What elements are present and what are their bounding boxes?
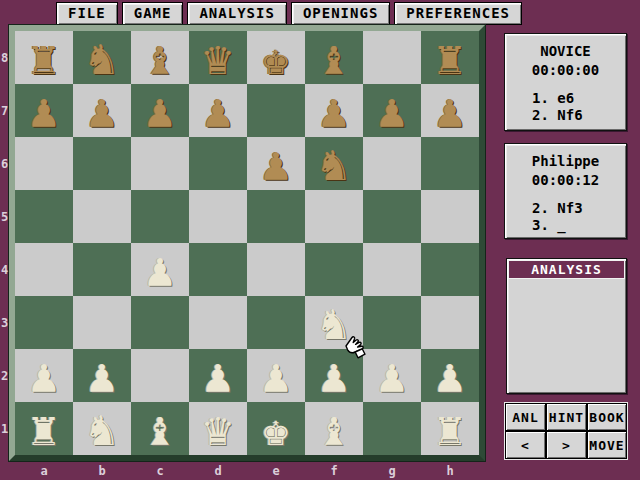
menu-file[interactable]: FILE [56,2,118,25]
file-label-c: c [154,464,166,478]
square-c4[interactable]: ♟ [131,243,189,296]
opponent-clock-panel: NOVICE 00:00:00 1. e62. Nf6 [504,33,627,131]
black-bishop[interactable]: ♝ [146,31,174,84]
square-h3[interactable] [421,296,479,349]
square-d6[interactable] [189,137,247,190]
square-e4[interactable] [247,243,305,296]
black-rook[interactable]: ♜ [436,31,464,84]
square-d4[interactable] [189,243,247,296]
square-a7[interactable]: ♟ [15,84,73,137]
square-h5[interactable] [421,190,479,243]
analysis-panel-title: ANALYSIS [509,261,624,278]
file-label-g: g [386,464,398,478]
square-g3[interactable] [363,296,421,349]
square-b6[interactable] [73,137,131,190]
square-a4[interactable] [15,243,73,296]
square-h4[interactable] [421,243,479,296]
square-c2[interactable] [131,349,189,402]
white-pawn[interactable]: ♟ [30,349,58,402]
move-button[interactable]: MOVE [587,431,627,459]
white-pawn[interactable]: ♟ [378,349,406,402]
white-queen[interactable]: ♛ [204,402,232,455]
black-knight[interactable]: ♞ [88,31,116,84]
square-b4[interactable] [73,243,131,296]
rank-label-6: 6 [0,157,9,171]
square-h1[interactable]: ♜ [421,402,479,455]
square-h7[interactable]: ♟ [421,84,479,137]
player-time: 00:00:12 [505,172,626,188]
square-f8[interactable]: ♝ [305,31,363,84]
square-e8[interactable]: ♚ [247,31,305,84]
file-label-b: b [96,464,108,478]
white-pawn[interactable]: ♟ [320,349,348,402]
black-pawn[interactable]: ♟ [88,84,116,137]
square-e1[interactable]: ♚ [247,402,305,455]
book-button[interactable]: BOOK [587,403,627,431]
black-pawn[interactable]: ♟ [436,84,464,137]
white-king[interactable]: ♚ [262,402,290,455]
square-d2[interactable]: ♟ [189,349,247,402]
square-a2[interactable]: ♟ [15,349,73,402]
menu-preferences[interactable]: PREFERENCES [394,2,522,25]
white-pawn[interactable]: ♟ [88,349,116,402]
square-f7[interactable]: ♟ [305,84,363,137]
square-e5[interactable] [247,190,305,243]
board-frame: ♜♞♝♛♚♝♜♟♟♟♟♟♟♟♟♞♟♞♟♟♟♟♟♟♟♜♞♝♛♚♝♜ [9,25,485,461]
file-label-e: e [270,464,282,478]
menu-bar: FILEGAMEANALYSISOPENINGSPREFERENCES [56,2,522,25]
black-pawn[interactable]: ♟ [146,84,174,137]
square-g8[interactable] [363,31,421,84]
black-pawn[interactable]: ♟ [320,84,348,137]
square-c5[interactable] [131,190,189,243]
square-b1[interactable]: ♞ [73,402,131,455]
opponent-move-line: 2. Nf6 [532,107,626,124]
square-b7[interactable]: ♟ [73,84,131,137]
white-knight[interactable]: ♞ [320,296,348,349]
white-pawn[interactable]: ♟ [262,349,290,402]
square-a1[interactable]: ♜ [15,402,73,455]
black-rook[interactable]: ♜ [30,31,58,84]
analysis-panel: ANALYSIS [506,258,627,394]
rank-label-8: 8 [0,51,9,65]
chess-board: ♜♞♝♛♚♝♜♟♟♟♟♟♟♟♟♞♟♞♟♟♟♟♟♟♟♜♞♝♛♚♝♜ [15,31,479,455]
rank-label-3: 3 [0,316,9,330]
prev-move-button[interactable]: < [505,431,546,459]
chess-app-window: FILEGAMEANALYSISOPENINGSPREFERENCES ♜♞♝♛… [0,0,640,480]
square-d1[interactable]: ♛ [189,402,247,455]
black-knight[interactable]: ♞ [320,137,348,190]
square-d8[interactable]: ♛ [189,31,247,84]
square-f2[interactable]: ♟ [305,349,363,402]
opponent-name: NOVICE [505,43,626,59]
square-c6[interactable] [131,137,189,190]
menu-game[interactable]: GAME [122,2,184,25]
square-g6[interactable] [363,137,421,190]
white-bishop[interactable]: ♝ [146,402,174,455]
square-h6[interactable] [421,137,479,190]
square-g7[interactable]: ♟ [363,84,421,137]
square-a6[interactable] [15,137,73,190]
square-d5[interactable] [189,190,247,243]
white-pawn[interactable]: ♟ [204,349,232,402]
square-f1[interactable]: ♝ [305,402,363,455]
square-a5[interactable] [15,190,73,243]
white-rook[interactable]: ♜ [436,402,464,455]
player-name: Philippe [505,153,626,169]
player-moves: 2. Nf33. _ [505,200,626,234]
square-h2[interactable]: ♟ [421,349,479,402]
square-c7[interactable]: ♟ [131,84,189,137]
square-a3[interactable] [15,296,73,349]
next-move-button[interactable]: > [546,431,587,459]
opponent-moves: 1. e62. Nf6 [505,90,626,124]
black-pawn[interactable]: ♟ [30,84,58,137]
opponent-time: 00:00:00 [505,62,626,78]
file-label-f: f [328,464,340,478]
square-c3[interactable] [131,296,189,349]
square-f5[interactable] [305,190,363,243]
square-f6[interactable]: ♞ [305,137,363,190]
white-pawn[interactable]: ♟ [436,349,464,402]
file-label-h: h [444,464,456,478]
square-g5[interactable] [363,190,421,243]
white-knight[interactable]: ♞ [88,402,116,455]
black-queen[interactable]: ♛ [204,31,232,84]
square-b3[interactable] [73,296,131,349]
square-c1[interactable]: ♝ [131,402,189,455]
square-g4[interactable] [363,243,421,296]
square-b8[interactable]: ♞ [73,31,131,84]
white-rook[interactable]: ♜ [30,402,58,455]
rank-label-7: 7 [0,104,9,118]
black-king[interactable]: ♚ [262,31,290,84]
rank-label-4: 4 [0,263,9,277]
square-e7[interactable] [247,84,305,137]
file-label-a: a [38,464,50,478]
black-pawn[interactable]: ♟ [262,137,290,190]
control-button-grid: ANLHINTBOOK<>MOVE [505,403,627,459]
menu-analysis[interactable]: ANALYSIS [187,2,286,25]
square-a8[interactable]: ♜ [15,31,73,84]
white-pawn[interactable]: ♟ [146,243,174,296]
square-c8[interactable]: ♝ [131,31,189,84]
black-bishop[interactable]: ♝ [320,31,348,84]
square-e2[interactable]: ♟ [247,349,305,402]
square-d3[interactable] [189,296,247,349]
square-e3[interactable] [247,296,305,349]
player-move-line: 3. _ [532,217,626,234]
player-move-line: 2. Nf3 [532,200,626,217]
black-pawn[interactable]: ♟ [378,84,406,137]
menu-openings[interactable]: OPENINGS [291,2,390,25]
square-g2[interactable]: ♟ [363,349,421,402]
square-h8[interactable]: ♜ [421,31,479,84]
white-bishop[interactable]: ♝ [320,402,348,455]
rank-label-1: 1 [0,422,9,436]
analysis-panel-body [507,280,626,380]
square-f3[interactable]: ♞ [305,296,363,349]
opponent-move-line: 1. e6 [532,90,626,107]
rank-label-5: 5 [0,210,9,224]
square-b2[interactable]: ♟ [73,349,131,402]
rank-label-2: 2 [0,369,9,383]
square-d7[interactable]: ♟ [189,84,247,137]
file-label-d: d [212,464,224,478]
player-clock-panel: Philippe 00:00:12 2. Nf33. _ [504,143,627,239]
black-pawn[interactable]: ♟ [204,84,232,137]
hint-button[interactable]: HINT [546,403,587,431]
square-g1[interactable] [363,402,421,455]
square-f4[interactable] [305,243,363,296]
square-b5[interactable] [73,190,131,243]
anl-button[interactable]: ANL [505,403,546,431]
square-e6[interactable]: ♟ [247,137,305,190]
